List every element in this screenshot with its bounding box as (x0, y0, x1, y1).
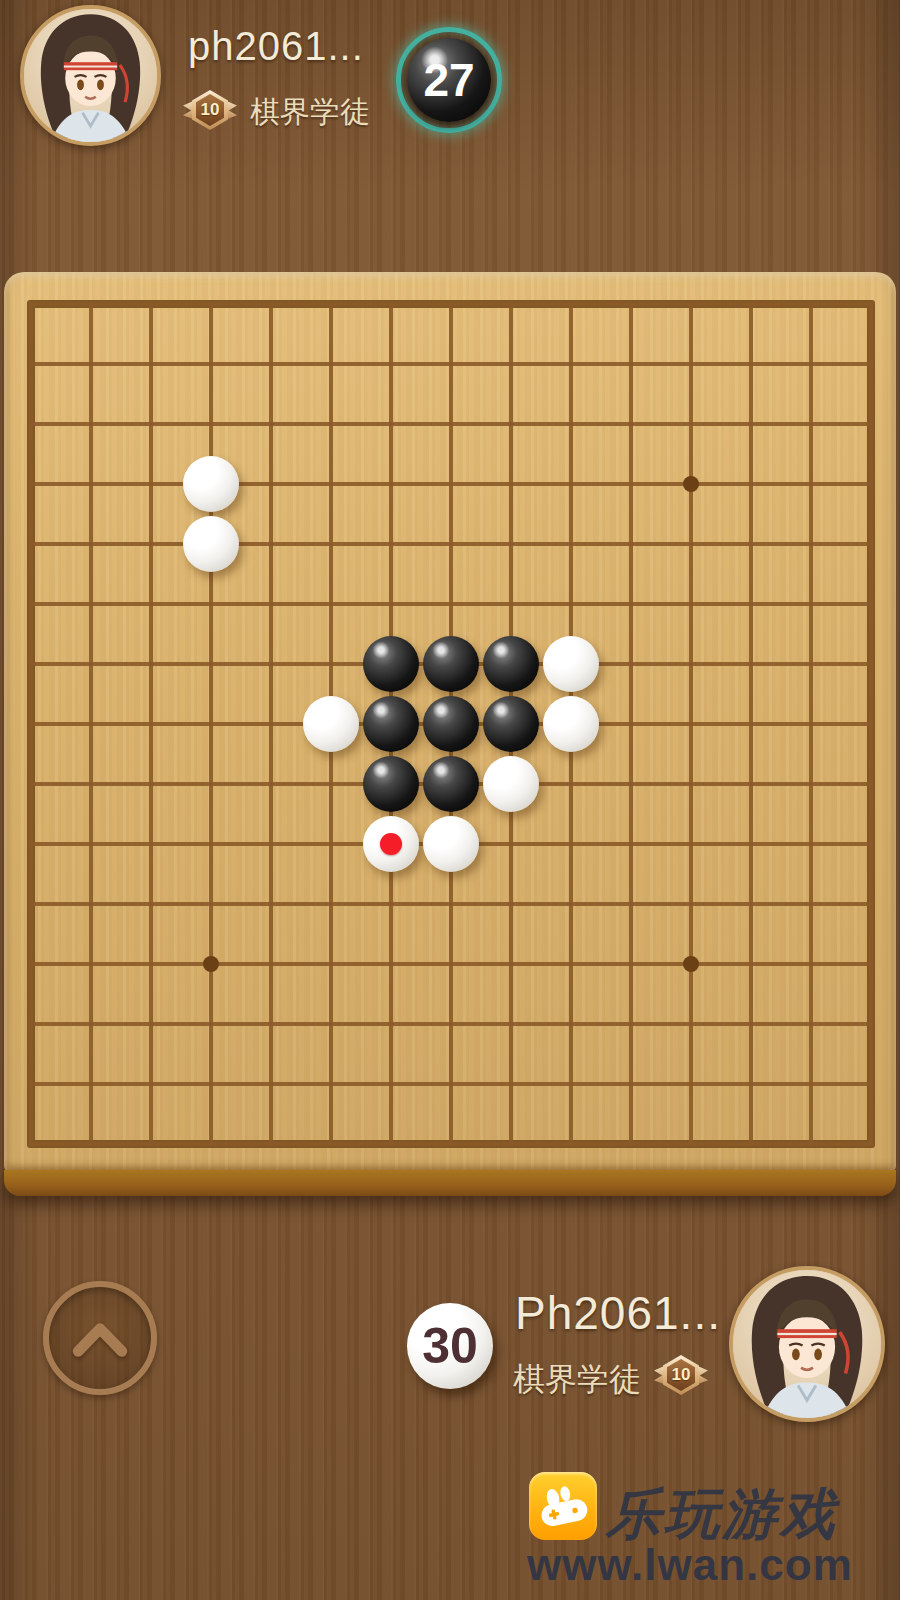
stone-white (483, 756, 539, 812)
avatar-portrait-icon (733, 1270, 881, 1418)
stone-white (423, 816, 479, 872)
star-point (203, 956, 219, 972)
bottom-player-timer: 30 (407, 1303, 493, 1389)
top-player-timer-ring: 27 (396, 27, 502, 133)
bottom-player-name: Ph2061... (515, 1286, 721, 1340)
top-player-level-badge: 10 (186, 90, 234, 130)
stone-white (543, 636, 599, 692)
collapse-panel-button[interactable] (43, 1281, 157, 1395)
stone-black (423, 636, 479, 692)
board[interactable] (4, 272, 896, 1172)
lwan-logo-icon (529, 1472, 597, 1540)
chevron-up-icon (61, 1303, 139, 1373)
stone-white (183, 516, 239, 572)
stone-black (423, 696, 479, 752)
bottom-player-title: 棋界学徒 (513, 1358, 641, 1402)
stone-black (363, 636, 419, 692)
top-player-name: ph2061... (188, 24, 364, 69)
top-player-level: 10 (192, 90, 228, 130)
stone-white (303, 696, 359, 752)
star-point (683, 476, 699, 492)
last-move-marker (380, 833, 402, 855)
bottom-player-level: 10 (663, 1355, 699, 1395)
stone-white (543, 696, 599, 752)
bottom-player-avatar[interactable] (729, 1266, 885, 1422)
top-player-title: 棋界学徒 (250, 92, 370, 133)
game-screen: ph2061... 10 棋界学徒 27 30 Ph2061... 棋界学徒 1… (0, 0, 900, 1600)
stone-black (363, 756, 419, 812)
watermark-url: www.lwan.com (527, 1540, 853, 1590)
star-point (683, 956, 699, 972)
stone-black (483, 696, 539, 752)
stone-white (183, 456, 239, 512)
bottom-player-level-badge: 10 (657, 1355, 705, 1395)
stone-black (363, 696, 419, 752)
stone-black (483, 636, 539, 692)
top-player-avatar[interactable] (20, 5, 161, 146)
avatar-portrait-icon (24, 9, 157, 142)
top-player-timer: 27 (407, 38, 491, 122)
board-side-edge (4, 1170, 896, 1196)
stone-black (423, 756, 479, 812)
